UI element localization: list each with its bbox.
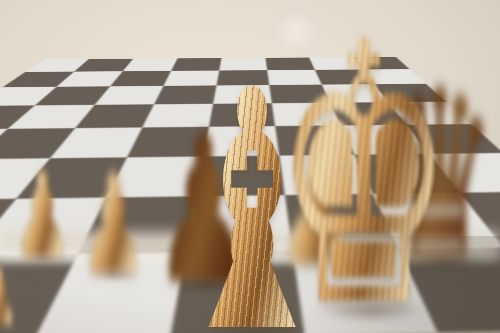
white-pawn-left-edge: ♟: [0, 259, 18, 333]
chess-photo: ♟♛♚♟♟♟♟♝: [0, 0, 500, 333]
white-pawn-back-left: ♟: [13, 157, 72, 274]
white-pawn-mid-left: ♟: [79, 156, 148, 293]
pieces-layer: ♟♛♚♟♟♟♟♝: [0, 0, 500, 333]
white-bishop: ♝: [169, 47, 335, 333]
